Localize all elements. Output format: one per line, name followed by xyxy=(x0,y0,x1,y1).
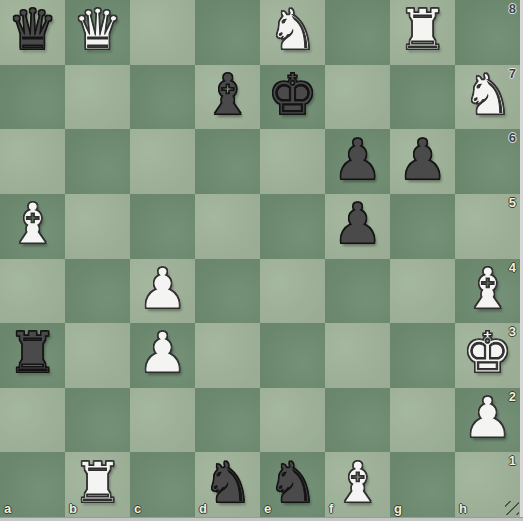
square-f5[interactable]: ♟ xyxy=(325,194,390,259)
square-g5[interactable] xyxy=(390,194,455,259)
square-b8[interactable]: ♛ xyxy=(65,0,130,65)
black-pawn-f5[interactable]: ♟ xyxy=(325,196,390,252)
square-e4[interactable] xyxy=(260,259,325,324)
square-d5[interactable] xyxy=(195,194,260,259)
square-b6[interactable] xyxy=(65,129,130,194)
square-c6[interactable] xyxy=(130,129,195,194)
white-pawn-c3[interactable]: ♟ xyxy=(130,325,195,381)
square-e8[interactable]: ♞ xyxy=(260,0,325,65)
square-a8[interactable]: ♛ xyxy=(0,0,65,65)
rank-label-1: 1 xyxy=(509,454,516,467)
square-f8[interactable] xyxy=(325,0,390,65)
black-pawn-g6[interactable]: ♟ xyxy=(390,131,455,187)
square-c7[interactable] xyxy=(130,65,195,130)
file-label-g: g xyxy=(394,502,402,515)
square-a5[interactable]: ♝ xyxy=(0,194,65,259)
white-rook-b1[interactable]: ♜ xyxy=(65,454,130,510)
square-h5[interactable]: 5 xyxy=(455,194,520,259)
square-c4[interactable]: ♟ xyxy=(130,259,195,324)
file-label-a: a xyxy=(4,502,11,515)
white-bishop-a5[interactable]: ♝ xyxy=(0,196,65,252)
square-c3[interactable]: ♟ xyxy=(130,323,195,388)
white-bishop-h4[interactable]: ♝ xyxy=(455,261,520,317)
square-h2[interactable]: 2♟ xyxy=(455,388,520,453)
square-a7[interactable] xyxy=(0,65,65,130)
chess-board[interactable]: ♛♛♞♜8♝♚7♞♟♟6♝♟5♟4♝♜♟3♚2♟ab♜cd♞e♞f♝g1h xyxy=(0,0,520,517)
square-f3[interactable] xyxy=(325,323,390,388)
square-e7[interactable]: ♚ xyxy=(260,65,325,130)
square-d7[interactable]: ♝ xyxy=(195,65,260,130)
square-h3[interactable]: 3♚ xyxy=(455,323,520,388)
square-c5[interactable] xyxy=(130,194,195,259)
square-a6[interactable] xyxy=(0,129,65,194)
rank-label-8: 8 xyxy=(509,2,516,15)
square-g3[interactable] xyxy=(390,323,455,388)
square-f6[interactable]: ♟ xyxy=(325,129,390,194)
square-g1[interactable]: g xyxy=(390,452,455,517)
square-f1[interactable]: f♝ xyxy=(325,452,390,517)
square-e1[interactable]: e♞ xyxy=(260,452,325,517)
square-g6[interactable]: ♟ xyxy=(390,129,455,194)
square-g8[interactable]: ♜ xyxy=(390,0,455,65)
square-f7[interactable] xyxy=(325,65,390,130)
square-a4[interactable] xyxy=(0,259,65,324)
window-edge-bottom xyxy=(0,517,523,521)
square-g7[interactable] xyxy=(390,65,455,130)
rank-label-5: 5 xyxy=(509,196,516,209)
square-b2[interactable] xyxy=(65,388,130,453)
black-king-e7[interactable]: ♚ xyxy=(260,67,325,123)
square-g4[interactable] xyxy=(390,259,455,324)
white-rook-g8[interactable]: ♜ xyxy=(390,2,455,58)
file-label-h: h xyxy=(459,502,467,515)
white-pawn-c4[interactable]: ♟ xyxy=(130,261,195,317)
square-f4[interactable] xyxy=(325,259,390,324)
black-pawn-f6[interactable]: ♟ xyxy=(325,131,390,187)
square-d4[interactable] xyxy=(195,259,260,324)
white-knight-h7[interactable]: ♞ xyxy=(455,67,520,123)
resize-handle-icon[interactable] xyxy=(505,501,519,515)
square-a3[interactable]: ♜ xyxy=(0,323,65,388)
square-b5[interactable] xyxy=(65,194,130,259)
square-e6[interactable] xyxy=(260,129,325,194)
chess-widget: ♛♛♞♜8♝♚7♞♟♟6♝♟5♟4♝♜♟3♚2♟ab♜cd♞e♞f♝g1h xyxy=(0,0,523,521)
square-b1[interactable]: b♜ xyxy=(65,452,130,517)
file-label-c: c xyxy=(134,502,141,515)
square-d2[interactable] xyxy=(195,388,260,453)
square-d6[interactable] xyxy=(195,129,260,194)
square-a2[interactable] xyxy=(0,388,65,453)
black-bishop-d7[interactable]: ♝ xyxy=(195,67,260,123)
white-knight-e8[interactable]: ♞ xyxy=(260,2,325,58)
square-b4[interactable] xyxy=(65,259,130,324)
square-b3[interactable] xyxy=(65,323,130,388)
square-h4[interactable]: 4♝ xyxy=(455,259,520,324)
square-e3[interactable] xyxy=(260,323,325,388)
black-knight-d1[interactable]: ♞ xyxy=(195,454,260,510)
white-bishop-f1[interactable]: ♝ xyxy=(325,454,390,510)
square-d8[interactable] xyxy=(195,0,260,65)
square-h6[interactable]: 6 xyxy=(455,129,520,194)
square-c8[interactable] xyxy=(130,0,195,65)
square-f2[interactable] xyxy=(325,388,390,453)
square-b7[interactable] xyxy=(65,65,130,130)
rank-label-6: 6 xyxy=(509,131,516,144)
square-h7[interactable]: 7♞ xyxy=(455,65,520,130)
square-c1[interactable]: c xyxy=(130,452,195,517)
white-pawn-h2[interactable]: ♟ xyxy=(455,390,520,446)
white-king-h3[interactable]: ♚ xyxy=(455,325,520,381)
square-e5[interactable] xyxy=(260,194,325,259)
square-h8[interactable]: 8 xyxy=(455,0,520,65)
black-queen-a8[interactable]: ♛ xyxy=(0,2,65,58)
square-e2[interactable] xyxy=(260,388,325,453)
square-g2[interactable] xyxy=(390,388,455,453)
square-c2[interactable] xyxy=(130,388,195,453)
black-rook-a3[interactable]: ♜ xyxy=(0,325,65,381)
square-d3[interactable] xyxy=(195,323,260,388)
black-knight-e1[interactable]: ♞ xyxy=(260,454,325,510)
white-queen-b8[interactable]: ♛ xyxy=(65,2,130,58)
square-d1[interactable]: d♞ xyxy=(195,452,260,517)
square-a1[interactable]: a xyxy=(0,452,65,517)
